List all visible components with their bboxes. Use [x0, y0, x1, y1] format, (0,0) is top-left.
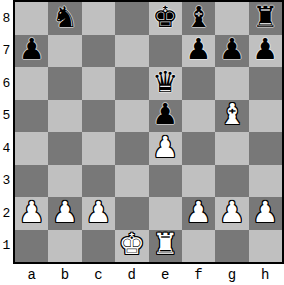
- rank-label-4: 4: [0, 132, 13, 165]
- piece-black-rook-h8[interactable]: ♜: [252, 3, 278, 32]
- square-e1[interactable]: ♜: [149, 230, 182, 263]
- square-e3[interactable]: [149, 165, 182, 198]
- rank-labels: 87654321: [0, 2, 13, 262]
- square-d7[interactable]: [115, 35, 148, 68]
- piece-black-pawn-h7[interactable]: ♟: [252, 35, 278, 64]
- rank-label-5: 5: [0, 100, 13, 133]
- chess-board-window: 87654321 ♞♚♝♜♟♟♟♟♛♟♝♟♟♟♟♟♟♟♚♜ abcdefgh: [0, 0, 284, 285]
- chess-board: ♞♚♝♜♟♟♟♟♛♟♝♟♟♟♟♟♟♟♚♜: [13, 0, 284, 264]
- square-h3[interactable]: [249, 165, 282, 198]
- square-a2[interactable]: ♟: [15, 197, 48, 230]
- rank-label-2: 2: [0, 197, 13, 230]
- square-g7[interactable]: ♟: [215, 35, 248, 68]
- square-g3[interactable]: [215, 165, 248, 198]
- square-c8[interactable]: [82, 2, 115, 35]
- square-h2[interactable]: ♟: [249, 197, 282, 230]
- file-label-e: e: [149, 265, 182, 285]
- square-g6[interactable]: [215, 67, 248, 100]
- file-label-b: b: [48, 265, 81, 285]
- square-h6[interactable]: [249, 67, 282, 100]
- square-f3[interactable]: [182, 165, 215, 198]
- square-d4[interactable]: [115, 132, 148, 165]
- square-e7[interactable]: [149, 35, 182, 68]
- square-d2[interactable]: [115, 197, 148, 230]
- rank-label-3: 3: [0, 165, 13, 198]
- piece-black-pawn-g7[interactable]: ♟: [219, 35, 245, 64]
- square-c2[interactable]: ♟: [82, 197, 115, 230]
- square-e8[interactable]: ♚: [149, 2, 182, 35]
- piece-black-pawn-f7[interactable]: ♟: [186, 35, 212, 64]
- piece-black-pawn-a7[interactable]: ♟: [19, 35, 45, 64]
- file-label-f: f: [182, 265, 215, 285]
- square-d5[interactable]: [115, 100, 148, 133]
- square-a7[interactable]: ♟: [15, 35, 48, 68]
- square-h1[interactable]: [249, 230, 282, 263]
- square-d3[interactable]: [115, 165, 148, 198]
- square-b1[interactable]: [48, 230, 81, 263]
- square-c5[interactable]: [82, 100, 115, 133]
- square-f5[interactable]: [182, 100, 215, 133]
- square-c7[interactable]: [82, 35, 115, 68]
- piece-white-pawn-h2[interactable]: ♟: [252, 198, 278, 227]
- square-h7[interactable]: ♟: [249, 35, 282, 68]
- piece-white-pawn-c2[interactable]: ♟: [85, 198, 111, 227]
- file-label-a: a: [15, 265, 48, 285]
- square-c4[interactable]: [82, 132, 115, 165]
- square-b2[interactable]: ♟: [48, 197, 81, 230]
- square-e6[interactable]: ♛: [149, 67, 182, 100]
- square-h5[interactable]: [249, 100, 282, 133]
- square-e4[interactable]: ♟: [149, 132, 182, 165]
- square-d8[interactable]: [115, 2, 148, 35]
- file-label-c: c: [82, 265, 115, 285]
- square-f8[interactable]: ♝: [182, 2, 215, 35]
- piece-white-pawn-e4[interactable]: ♟: [152, 133, 178, 162]
- piece-white-pawn-f2[interactable]: ♟: [186, 198, 212, 227]
- rank-label-6: 6: [0, 67, 13, 100]
- piece-white-pawn-g2[interactable]: ♟: [219, 198, 245, 227]
- square-g2[interactable]: ♟: [215, 197, 248, 230]
- piece-white-bishop-g5[interactable]: ♝: [219, 100, 245, 129]
- square-f4[interactable]: [182, 132, 215, 165]
- square-c3[interactable]: [82, 165, 115, 198]
- file-labels: abcdefgh: [15, 265, 282, 285]
- square-b5[interactable]: [48, 100, 81, 133]
- rank-label-8: 8: [0, 2, 13, 35]
- square-b4[interactable]: [48, 132, 81, 165]
- square-b8[interactable]: ♞: [48, 2, 81, 35]
- square-g5[interactable]: ♝: [215, 100, 248, 133]
- square-f7[interactable]: ♟: [182, 35, 215, 68]
- piece-black-pawn-e5[interactable]: ♟: [152, 100, 178, 129]
- file-label-d: d: [115, 265, 148, 285]
- board-grid: ♞♚♝♜♟♟♟♟♛♟♝♟♟♟♟♟♟♟♚♜: [15, 2, 282, 262]
- square-a6[interactable]: [15, 67, 48, 100]
- square-d1[interactable]: ♚: [115, 230, 148, 263]
- piece-black-king-e8[interactable]: ♚: [152, 3, 178, 32]
- square-f1[interactable]: [182, 230, 215, 263]
- square-h8[interactable]: ♜: [249, 2, 282, 35]
- file-label-g: g: [215, 265, 248, 285]
- piece-black-queen-e6[interactable]: ♛: [152, 68, 178, 97]
- square-f2[interactable]: ♟: [182, 197, 215, 230]
- square-e5[interactable]: ♟: [149, 100, 182, 133]
- piece-white-pawn-b2[interactable]: ♟: [52, 198, 78, 227]
- square-d6[interactable]: [115, 67, 148, 100]
- square-c6[interactable]: [82, 67, 115, 100]
- square-a3[interactable]: [15, 165, 48, 198]
- piece-black-knight-b8[interactable]: ♞: [52, 3, 78, 32]
- square-b3[interactable]: [48, 165, 81, 198]
- square-a1[interactable]: [15, 230, 48, 263]
- square-g4[interactable]: [215, 132, 248, 165]
- piece-white-pawn-a2[interactable]: ♟: [19, 198, 45, 227]
- square-h4[interactable]: [249, 132, 282, 165]
- square-c1[interactable]: [82, 230, 115, 263]
- square-e2[interactable]: [149, 197, 182, 230]
- file-label-h: h: [249, 265, 282, 285]
- square-a8[interactable]: [15, 2, 48, 35]
- square-f6[interactable]: [182, 67, 215, 100]
- square-a5[interactable]: [15, 100, 48, 133]
- square-b7[interactable]: [48, 35, 81, 68]
- square-b6[interactable]: [48, 67, 81, 100]
- rank-label-7: 7: [0, 35, 13, 68]
- square-g1[interactable]: [215, 230, 248, 263]
- piece-white-king-d1[interactable]: ♚: [119, 230, 145, 259]
- square-a4[interactable]: [15, 132, 48, 165]
- piece-white-rook-e1[interactable]: ♜: [152, 230, 178, 259]
- square-g8[interactable]: [215, 2, 248, 35]
- piece-black-bishop-f8[interactable]: ♝: [186, 3, 212, 32]
- rank-label-1: 1: [0, 230, 13, 263]
